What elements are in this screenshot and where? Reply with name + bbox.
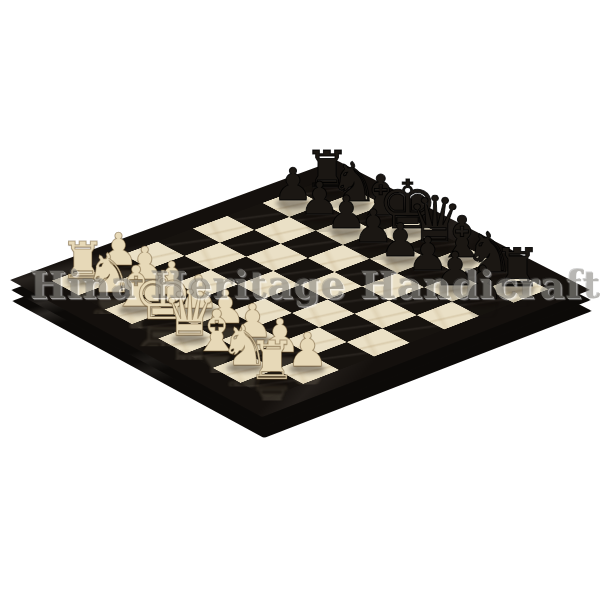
chess-set-photo: ♜♜♟♟♞♞♟♟♝♝♟♟♚♚♟♟♛♛♟♟♝♝♟♟♟♟♞♞♜♜♟♟♟♟♜♜♞♞♟♟… (0, 0, 600, 600)
chess-board (10, 160, 590, 417)
